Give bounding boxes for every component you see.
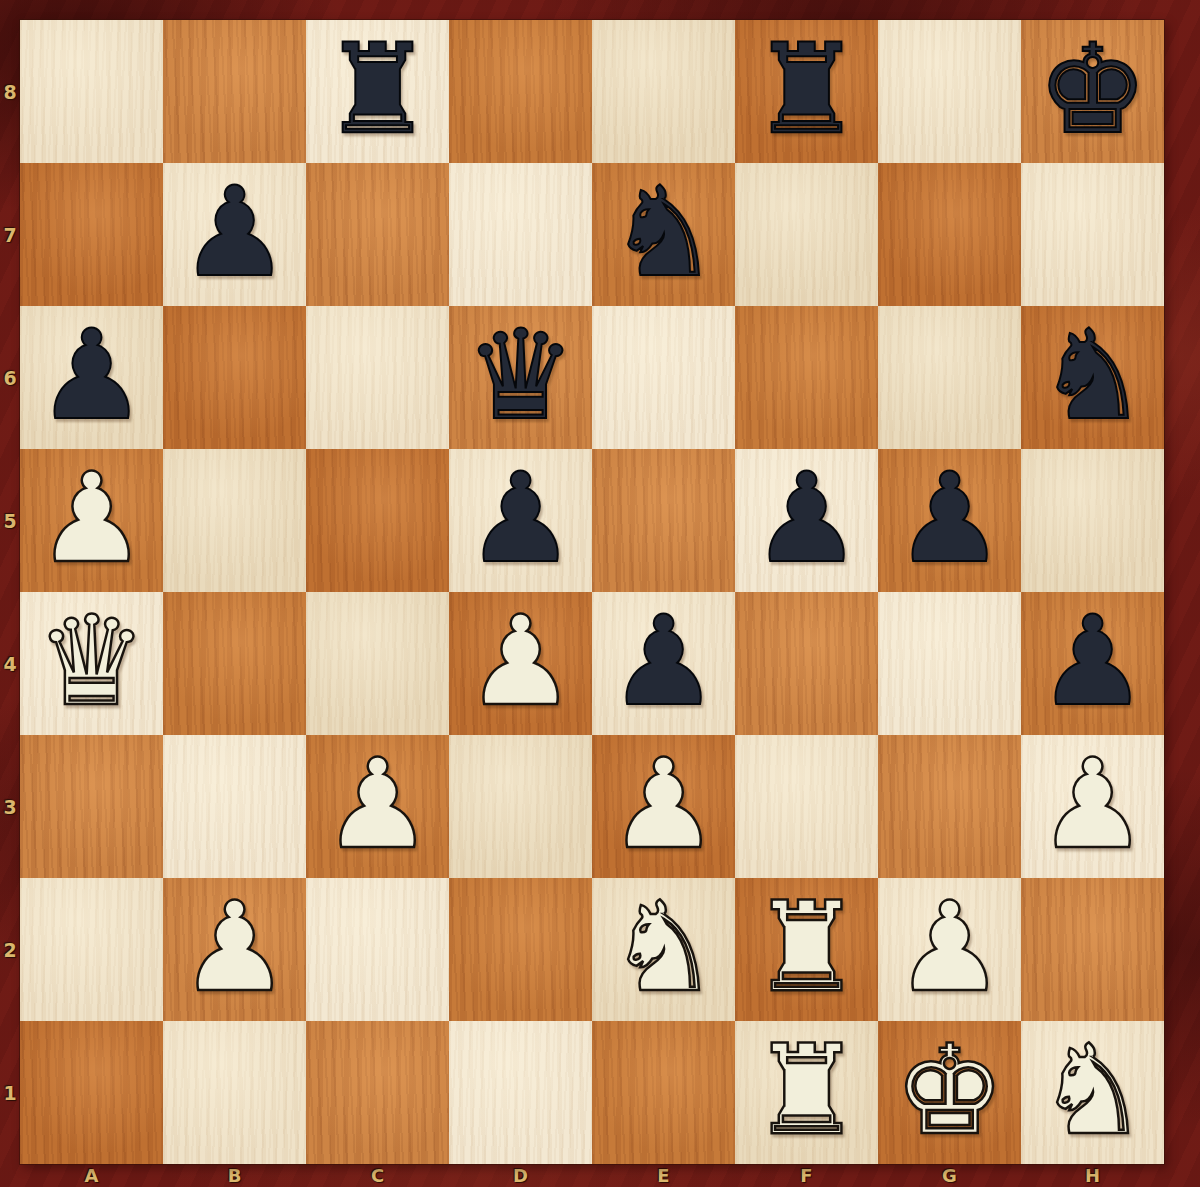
piece-white-king: ♚ <box>894 1028 1005 1152</box>
square-b5[interactable] <box>163 449 306 592</box>
piece-white-knight: ♞ <box>1037 1028 1148 1152</box>
square-d4[interactable]: ♟ <box>449 592 592 735</box>
square-e2[interactable]: ♞ <box>592 878 735 1021</box>
square-h8[interactable]: ♚ <box>1021 20 1164 163</box>
square-d6[interactable]: ♛ <box>449 306 592 449</box>
rank-label-8: 8 <box>0 20 20 163</box>
file-label-d: D <box>449 1164 592 1187</box>
square-a5[interactable]: ♟ <box>20 449 163 592</box>
piece-white-pawn: ♟ <box>36 456 147 580</box>
chessboard-frame: 87654321 ABCDEFGH ♜♜♚♟♞♟♛♞♟♟♟♟♛♟♟♟♟♟♟♟♞♜… <box>0 0 1200 1187</box>
piece-black-pawn: ♟ <box>751 456 862 580</box>
square-g2[interactable]: ♟ <box>878 878 1021 1021</box>
square-d3[interactable] <box>449 735 592 878</box>
square-h3[interactable]: ♟ <box>1021 735 1164 878</box>
piece-white-pawn: ♟ <box>1037 742 1148 866</box>
square-h4[interactable]: ♟ <box>1021 592 1164 735</box>
piece-white-pawn: ♟ <box>465 599 576 723</box>
square-a1[interactable] <box>20 1021 163 1164</box>
square-f1[interactable]: ♜ <box>735 1021 878 1164</box>
square-e5[interactable] <box>592 449 735 592</box>
square-c2[interactable] <box>306 878 449 1021</box>
square-g8[interactable] <box>878 20 1021 163</box>
piece-black-knight: ♞ <box>1037 313 1148 437</box>
piece-black-pawn: ♟ <box>608 599 719 723</box>
rank-label-7: 7 <box>0 163 20 306</box>
rank-label-4: 4 <box>0 592 20 735</box>
square-c6[interactable] <box>306 306 449 449</box>
square-a7[interactable] <box>20 163 163 306</box>
square-g7[interactable] <box>878 163 1021 306</box>
square-g5[interactable]: ♟ <box>878 449 1021 592</box>
square-h1[interactable]: ♞ <box>1021 1021 1164 1164</box>
file-label-a: A <box>20 1164 163 1187</box>
square-e8[interactable] <box>592 20 735 163</box>
square-b8[interactable] <box>163 20 306 163</box>
square-c3[interactable]: ♟ <box>306 735 449 878</box>
square-h7[interactable] <box>1021 163 1164 306</box>
rank-label-3: 3 <box>0 735 20 878</box>
piece-black-knight: ♞ <box>608 170 719 294</box>
square-g6[interactable] <box>878 306 1021 449</box>
square-h5[interactable] <box>1021 449 1164 592</box>
square-g1[interactable]: ♚ <box>878 1021 1021 1164</box>
piece-black-pawn: ♟ <box>179 170 290 294</box>
square-h2[interactable] <box>1021 878 1164 1021</box>
square-b1[interactable] <box>163 1021 306 1164</box>
piece-black-pawn: ♟ <box>465 456 576 580</box>
square-d2[interactable] <box>449 878 592 1021</box>
rank-label-6: 6 <box>0 306 20 449</box>
square-f5[interactable]: ♟ <box>735 449 878 592</box>
square-g4[interactable] <box>878 592 1021 735</box>
square-b3[interactable] <box>163 735 306 878</box>
square-e3[interactable]: ♟ <box>592 735 735 878</box>
square-c7[interactable] <box>306 163 449 306</box>
square-a6[interactable]: ♟ <box>20 306 163 449</box>
piece-white-pawn: ♟ <box>894 885 1005 1009</box>
square-f8[interactable]: ♜ <box>735 20 878 163</box>
square-c5[interactable] <box>306 449 449 592</box>
piece-white-pawn: ♟ <box>608 742 719 866</box>
square-c1[interactable] <box>306 1021 449 1164</box>
piece-white-rook: ♜ <box>751 885 862 1009</box>
square-a3[interactable] <box>20 735 163 878</box>
piece-white-pawn: ♟ <box>322 742 433 866</box>
square-a8[interactable] <box>20 20 163 163</box>
piece-black-king: ♚ <box>1037 27 1148 151</box>
square-a4[interactable]: ♛ <box>20 592 163 735</box>
square-c8[interactable]: ♜ <box>306 20 449 163</box>
file-label-g: G <box>878 1164 1021 1187</box>
square-b7[interactable]: ♟ <box>163 163 306 306</box>
piece-black-rook: ♜ <box>751 27 862 151</box>
piece-black-pawn: ♟ <box>894 456 1005 580</box>
rank-label-1: 1 <box>0 1021 20 1164</box>
square-b2[interactable]: ♟ <box>163 878 306 1021</box>
piece-black-pawn: ♟ <box>1037 599 1148 723</box>
square-e4[interactable]: ♟ <box>592 592 735 735</box>
square-c4[interactable] <box>306 592 449 735</box>
square-a2[interactable] <box>20 878 163 1021</box>
square-d1[interactable] <box>449 1021 592 1164</box>
rank-labels: 87654321 <box>0 20 20 1164</box>
file-labels: ABCDEFGH <box>20 1164 1164 1187</box>
square-b4[interactable] <box>163 592 306 735</box>
rank-label-2: 2 <box>0 878 20 1021</box>
square-e6[interactable] <box>592 306 735 449</box>
rank-label-5: 5 <box>0 449 20 592</box>
file-label-c: C <box>306 1164 449 1187</box>
square-e7[interactable]: ♞ <box>592 163 735 306</box>
square-e1[interactable] <box>592 1021 735 1164</box>
piece-black-rook: ♜ <box>322 27 433 151</box>
square-g3[interactable] <box>878 735 1021 878</box>
file-label-f: F <box>735 1164 878 1187</box>
square-h6[interactable]: ♞ <box>1021 306 1164 449</box>
square-d7[interactable] <box>449 163 592 306</box>
piece-black-queen: ♛ <box>465 313 576 437</box>
square-f7[interactable] <box>735 163 878 306</box>
square-d5[interactable]: ♟ <box>449 449 592 592</box>
piece-white-rook: ♜ <box>751 1028 862 1152</box>
chess-board: ♜♜♚♟♞♟♛♞♟♟♟♟♛♟♟♟♟♟♟♟♞♜♟♜♚♞ <box>20 20 1164 1164</box>
square-d8[interactable] <box>449 20 592 163</box>
piece-white-knight: ♞ <box>608 885 719 1009</box>
piece-white-queen: ♛ <box>36 599 147 723</box>
piece-black-pawn: ♟ <box>36 313 147 437</box>
file-label-e: E <box>592 1164 735 1187</box>
square-f2[interactable]: ♜ <box>735 878 878 1021</box>
square-f3[interactable] <box>735 735 878 878</box>
square-f6[interactable] <box>735 306 878 449</box>
square-f4[interactable] <box>735 592 878 735</box>
piece-white-pawn: ♟ <box>179 885 290 1009</box>
file-label-h: H <box>1021 1164 1164 1187</box>
square-b6[interactable] <box>163 306 306 449</box>
file-label-b: B <box>163 1164 306 1187</box>
